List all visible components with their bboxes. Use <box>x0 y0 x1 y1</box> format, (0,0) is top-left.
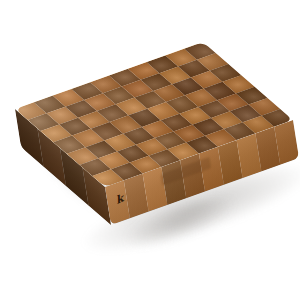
cutting-board-photo: k <box>0 0 300 300</box>
